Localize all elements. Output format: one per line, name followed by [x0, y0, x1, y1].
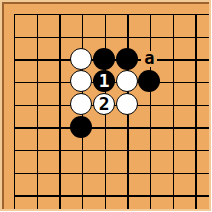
- stone-white: [70, 48, 92, 70]
- stone-black: [138, 70, 160, 92]
- stone-white: [116, 70, 138, 92]
- stone-label: 1: [99, 72, 110, 90]
- go-board: 12a: [2, 2, 209, 209]
- stone-black: [70, 116, 92, 138]
- stone-white: [70, 93, 92, 115]
- stone-black: [93, 48, 115, 70]
- stone-white: [70, 70, 92, 92]
- stone-white-2: 2: [93, 93, 115, 115]
- stone-white: [116, 93, 138, 115]
- point-label-a: a: [141, 51, 157, 67]
- stone-black: [116, 48, 138, 70]
- go-diagram: 12a: [0, 0, 211, 211]
- stone-black-1: 1: [93, 70, 115, 92]
- stones-layer: 12a: [14, 14, 212, 212]
- stone-label: 2: [99, 95, 110, 113]
